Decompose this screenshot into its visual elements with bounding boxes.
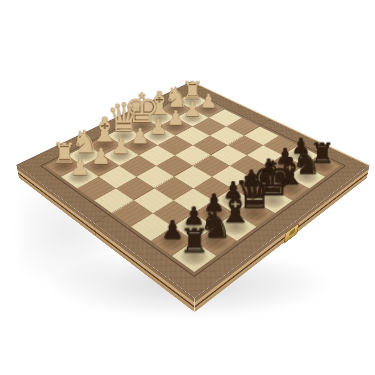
chess-board-box: ♜♟♟♜♞♟♟♞♝♟♟♝♚♟♟♚♛♟♟♛♝♟♟♝♞♟♟♞♜♟♟♜: [16, 81, 370, 298]
board-grid: ♜♟♟♜♞♟♟♞♝♟♟♝♚♟♟♚♛♟♟♛♝♟♟♝♞♟♟♞♜♟♟♜: [45, 93, 340, 271]
scene: ♜♟♟♜♞♟♟♞♝♟♟♝♚♟♟♚♛♟♟♛♝♟♟♝♞♟♟♞♜♟♟♜: [0, 0, 375, 375]
fold-seam-side: [94, 224, 96, 237]
board-frame: ♜♟♟♜♞♟♟♞♝♟♟♝♚♟♟♚♛♟♟♛♝♟♟♝♞♟♟♞♜♟♟♜: [16, 81, 370, 298]
chess-set-product-photo: ♜♟♟♜♞♟♟♞♝♟♟♝♚♟♟♚♛♟♟♛♝♟♟♝♞♟♟♞♜♟♟♜: [0, 0, 375, 375]
board-groove-border: ♜♟♟♜♞♟♟♞♝♟♟♝♚♟♟♚♛♟♟♛♝♟♟♝♞♟♟♞♜♟♟♜: [40, 91, 346, 277]
